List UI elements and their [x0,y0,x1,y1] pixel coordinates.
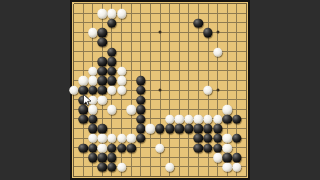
stone-white[interactable] [88,95,97,104]
stone-black[interactable] [78,143,87,152]
stone-black[interactable] [184,124,193,133]
stone-white[interactable] [88,134,97,143]
stone-black[interactable] [107,76,116,85]
stone-black[interactable] [98,163,107,172]
stone-black[interactable] [175,124,184,133]
stone-white[interactable] [117,67,126,76]
stone-white[interactable] [203,115,212,124]
stone-black[interactable] [98,38,107,47]
stone-white[interactable] [223,163,232,172]
stone-black[interactable] [194,134,203,143]
stone-black[interactable] [88,143,97,152]
stone-white[interactable] [117,76,126,85]
stone-white[interactable] [155,143,164,152]
stone-black[interactable] [136,105,145,114]
stone-black[interactable] [98,76,107,85]
stone-black[interactable] [88,115,97,124]
stone-black[interactable] [232,115,241,124]
stone-black[interactable] [136,86,145,95]
stone-black[interactable] [107,47,116,56]
stone-black[interactable] [223,153,232,162]
stone-black[interactable] [107,153,116,162]
stone-white[interactable] [107,134,116,143]
stone-black[interactable] [98,86,107,95]
stone-white[interactable] [98,134,107,143]
stone-white[interactable] [98,143,107,152]
stone-black[interactable] [136,124,145,133]
stone-black[interactable] [117,143,126,152]
stone-white[interactable] [165,115,174,124]
stone-white[interactable] [117,134,126,143]
stone-white[interactable] [175,115,184,124]
stone-black[interactable] [203,143,212,152]
stone-black[interactable] [165,124,174,133]
stone-black[interactable] [107,67,116,76]
star-point [159,31,162,34]
star-point [216,31,219,34]
stone-white[interactable] [126,134,135,143]
grid-line-vertical [179,4,180,177]
stone-black[interactable] [232,134,241,143]
stone-black[interactable] [194,124,203,133]
stone-white[interactable] [146,124,155,133]
stone-black[interactable] [107,57,116,66]
stone-black[interactable] [136,76,145,85]
stone-white[interactable] [126,105,135,114]
stone-black[interactable] [107,143,116,152]
stone-white[interactable] [194,115,203,124]
star-point [159,89,162,92]
stone-black[interactable] [78,105,87,114]
grid-line-vertical [169,4,170,177]
grid-line-horizontal [74,176,247,177]
stone-white[interactable] [107,86,116,95]
stone-black[interactable] [88,124,97,133]
stone-black[interactable] [78,95,87,104]
stone-black[interactable] [88,153,97,162]
stone-white[interactable] [98,95,107,104]
stone-black[interactable] [136,134,145,143]
stone-black[interactable] [98,28,107,37]
grid-line-horizontal [74,109,247,110]
stone-white[interactable] [223,134,232,143]
stone-black[interactable] [213,134,222,143]
stone-black[interactable] [194,143,203,152]
board-wood [72,2,248,178]
stone-white[interactable] [213,115,222,124]
stone-white[interactable] [107,105,116,114]
stone-black[interactable] [232,153,241,162]
stone-white[interactable] [88,28,97,37]
stone-white[interactable] [107,9,116,18]
stone-black[interactable] [136,115,145,124]
stone-black[interactable] [203,28,212,37]
grid-line-vertical [246,4,247,177]
stone-white[interactable] [165,163,174,172]
stone-black[interactable] [213,143,222,152]
stone-black[interactable] [88,86,97,95]
stone-white[interactable] [184,115,193,124]
stone-black[interactable] [126,143,135,152]
stone-black[interactable] [98,124,107,133]
board-grid [74,4,247,177]
stone-white[interactable] [203,86,212,95]
stone-black[interactable] [223,115,232,124]
stone-black[interactable] [203,124,212,133]
stone-white[interactable] [98,9,107,18]
stone-white[interactable] [117,86,126,95]
stone-white[interactable] [213,153,222,162]
go-board[interactable] [70,0,250,180]
stone-white[interactable] [78,76,87,85]
stone-black[interactable] [155,124,164,133]
stone-white[interactable] [232,163,241,172]
stone-white[interactable] [69,86,78,95]
grid-line-vertical [236,4,237,177]
grid-line-vertical [188,4,189,177]
stone-black[interactable] [78,115,87,124]
stone-black[interactable] [98,67,107,76]
stone-white[interactable] [88,105,97,114]
stone-black[interactable] [107,163,116,172]
stone-white[interactable] [117,163,126,172]
stone-black[interactable] [203,134,212,143]
stone-black[interactable] [194,19,203,28]
stone-black[interactable] [107,19,116,28]
star-point [216,89,219,92]
stone-white[interactable] [223,143,232,152]
stone-black[interactable] [98,153,107,162]
stone-white[interactable] [117,9,126,18]
stone-black[interactable] [98,57,107,66]
stone-white[interactable] [213,47,222,56]
stone-white[interactable] [223,105,232,114]
stone-black[interactable] [136,95,145,104]
stone-white[interactable] [88,76,97,85]
stone-white[interactable] [88,67,97,76]
stone-black[interactable] [213,124,222,133]
stone-black[interactable] [78,86,87,95]
screenshot-stage [0,0,320,180]
